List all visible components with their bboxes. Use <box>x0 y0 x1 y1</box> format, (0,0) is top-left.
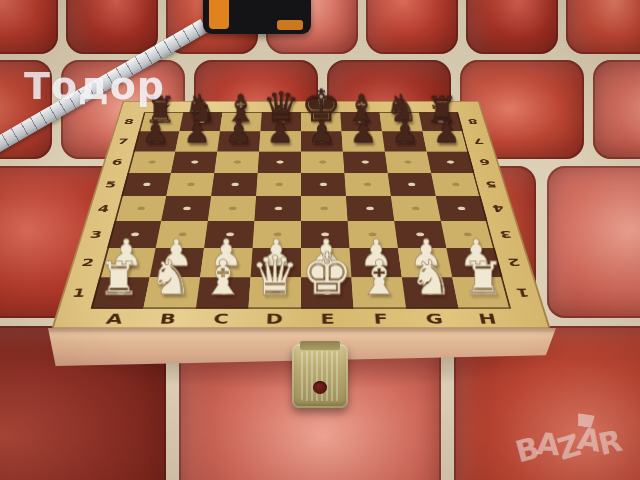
square-c4[interactable] <box>208 196 256 221</box>
square-b4[interactable] <box>161 196 211 221</box>
bazar-letter: A <box>535 426 558 462</box>
tablecloth-tile <box>547 166 640 318</box>
square-h1[interactable]: ♜ <box>452 277 511 309</box>
square-c7[interactable]: ♟ <box>217 131 260 151</box>
square-f4[interactable] <box>346 196 394 221</box>
tablecloth-tile <box>366 0 458 54</box>
tablecloth-tile <box>466 0 558 54</box>
square-a7[interactable]: ♟ <box>133 131 179 151</box>
square-a6[interactable] <box>128 151 176 173</box>
square-g6[interactable] <box>385 151 431 173</box>
square-h6[interactable] <box>427 151 475 173</box>
piece-white-knight[interactable]: ♞ <box>405 256 457 302</box>
square-d4[interactable] <box>254 196 301 221</box>
square-g4[interactable] <box>391 196 441 221</box>
square-g7[interactable]: ♟ <box>382 131 427 151</box>
square-e6[interactable] <box>301 151 344 173</box>
square-c1[interactable]: ♝ <box>196 277 251 309</box>
piece-black-pawn[interactable]: ♟ <box>135 118 177 147</box>
tablecloth-tile <box>566 0 640 54</box>
tablecloth-tile <box>593 60 640 159</box>
piece-white-knight[interactable]: ♞ <box>145 256 197 302</box>
piece-black-pawn[interactable]: ♟ <box>176 118 218 147</box>
square-b5[interactable] <box>166 173 214 196</box>
square-e7[interactable]: ♟ <box>301 131 343 151</box>
square-d1[interactable]: ♛ <box>248 277 301 309</box>
file-label-b: B <box>139 309 196 330</box>
square-a1[interactable]: ♜ <box>91 277 150 309</box>
square-e5[interactable] <box>301 173 346 196</box>
bazar-letter: R <box>595 423 623 462</box>
bazar-watermark: BAZAR <box>514 421 640 480</box>
square-a4[interactable] <box>114 196 166 221</box>
file-label-c: C <box>193 309 248 330</box>
piece-black-pawn[interactable]: ♟ <box>301 118 343 147</box>
latch-hinge-tab <box>300 341 340 350</box>
piece-black-pawn[interactable]: ♟ <box>259 118 301 147</box>
square-e1[interactable]: ♚ <box>301 277 354 309</box>
photo-scene: ABCDEFGH8♜♞♝♛♚♝♞♜87♟♟♟♟♟♟♟♟7665544332♟♟♟… <box>0 0 640 480</box>
piece-black-pawn[interactable]: ♟ <box>426 118 468 147</box>
square-e4[interactable] <box>301 196 348 221</box>
tablecloth-tile <box>0 0 58 54</box>
square-h5[interactable] <box>431 173 481 196</box>
board-border-corner <box>511 309 551 330</box>
tablecloth-tile <box>66 0 158 54</box>
piece-white-bishop[interactable]: ♝ <box>353 256 405 302</box>
clasp-latch-icon <box>292 344 348 408</box>
piece-black-pawn[interactable]: ♟ <box>343 118 385 147</box>
tape-measure-accent2 <box>277 20 303 30</box>
file-label-f: F <box>354 309 409 330</box>
piece-white-rook[interactable]: ♜ <box>457 258 509 302</box>
square-f5[interactable] <box>344 173 391 196</box>
piece-white-bishop[interactable]: ♝ <box>197 256 249 302</box>
square-f7[interactable]: ♟ <box>342 131 385 151</box>
square-g1[interactable]: ♞ <box>402 277 459 309</box>
square-c5[interactable] <box>211 173 258 196</box>
piece-white-rook[interactable]: ♜ <box>93 258 145 302</box>
square-g5[interactable] <box>388 173 436 196</box>
square-a5[interactable] <box>121 173 171 196</box>
latch-hole <box>313 381 327 394</box>
square-h7[interactable]: ♟ <box>423 131 469 151</box>
piece-white-king[interactable]: ♚ <box>301 247 353 302</box>
square-h4[interactable] <box>436 196 488 221</box>
square-d7[interactable]: ♟ <box>259 131 301 151</box>
square-f1[interactable]: ♝ <box>351 277 406 309</box>
watermark-todor: Тодор <box>24 64 165 108</box>
tape-measure-body <box>203 0 311 34</box>
piece-white-queen[interactable]: ♛ <box>249 250 301 301</box>
file-label-a: A <box>85 309 143 330</box>
square-c6[interactable] <box>214 151 259 173</box>
file-label-h: H <box>459 309 517 330</box>
square-b7[interactable]: ♟ <box>175 131 220 151</box>
file-label-e: E <box>301 309 355 330</box>
file-label-d: D <box>247 309 301 330</box>
square-d5[interactable] <box>256 173 301 196</box>
piece-black-pawn[interactable]: ♟ <box>218 118 260 147</box>
square-d6[interactable] <box>258 151 301 173</box>
piece-black-pawn[interactable]: ♟ <box>384 118 426 147</box>
square-b1[interactable]: ♞ <box>143 277 200 309</box>
tape-measure-accent <box>209 0 229 29</box>
square-f6[interactable] <box>343 151 388 173</box>
square-b6[interactable] <box>171 151 217 173</box>
file-label-g: G <box>406 309 463 330</box>
chess-board: ABCDEFGH8♜♞♝♛♚♝♞♜87♟♟♟♟♟♟♟♟7665544332♟♟♟… <box>51 101 551 330</box>
